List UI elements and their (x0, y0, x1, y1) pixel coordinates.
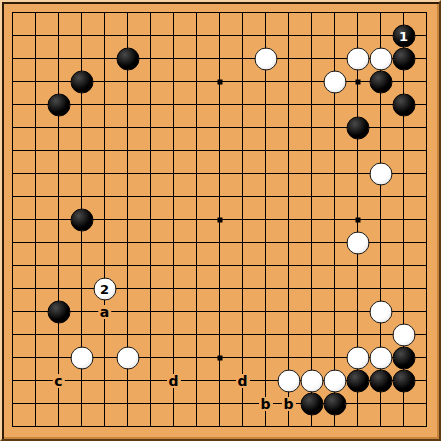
point-label-b: b (258, 397, 272, 411)
black-stone (392, 369, 415, 392)
star-point (355, 79, 360, 84)
white-stone (346, 47, 369, 70)
white-stone (346, 231, 369, 254)
black-stone (346, 369, 369, 392)
black-stone (116, 47, 139, 70)
white-stone (392, 323, 415, 346)
black-stone (300, 392, 323, 415)
go-board: 12abbcdd (0, 0, 441, 441)
black-stone (70, 208, 93, 231)
black-stone (323, 392, 346, 415)
star-point (217, 217, 222, 222)
point-label-a: a (98, 305, 111, 319)
white-stone (369, 47, 392, 70)
white-stone (369, 300, 392, 323)
black-stone (369, 369, 392, 392)
white-stone (300, 369, 323, 392)
black-stone (369, 70, 392, 93)
white-stone (116, 346, 139, 369)
white-stone (323, 70, 346, 93)
white-stone (70, 346, 93, 369)
white-stone (369, 346, 392, 369)
black-stone (346, 116, 369, 139)
black-stone (47, 93, 70, 116)
point-label-b: b (281, 397, 295, 411)
white-stone (346, 346, 369, 369)
white-stone (254, 47, 277, 70)
point-label-c: c (52, 374, 64, 388)
star-point (355, 217, 360, 222)
black-stone (70, 70, 93, 93)
white-stone (369, 162, 392, 185)
white-stone (323, 369, 346, 392)
white-stone-move-2: 2 (93, 277, 116, 300)
point-label-d: d (166, 374, 180, 388)
black-stone (47, 300, 70, 323)
white-stone (277, 369, 300, 392)
point-label-d: d (235, 374, 249, 388)
black-stone (392, 47, 415, 70)
star-point (217, 355, 222, 360)
star-point (217, 79, 222, 84)
black-stone (392, 93, 415, 116)
black-stone (392, 346, 415, 369)
black-stone-move-1: 1 (392, 24, 415, 47)
go-board-grid[interactable]: 12abbcdd (12, 12, 427, 427)
